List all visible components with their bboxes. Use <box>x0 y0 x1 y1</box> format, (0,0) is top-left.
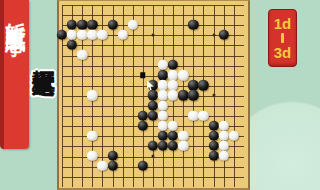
white-stone <box>158 60 168 70</box>
white-stone <box>198 110 208 120</box>
black-stone <box>107 19 117 29</box>
black-stone <box>218 30 228 40</box>
white-stone <box>158 110 168 120</box>
white-stone <box>67 30 77 40</box>
black-stone <box>198 80 208 90</box>
white-stone <box>77 30 87 40</box>
black-stone <box>67 19 77 29</box>
star-point <box>212 94 215 97</box>
black-stone <box>168 60 178 70</box>
black-stone <box>77 19 87 29</box>
black-stone <box>188 90 198 100</box>
black-stone <box>168 131 178 141</box>
black-stone <box>208 120 218 130</box>
white-stone <box>87 90 97 100</box>
black-stone <box>107 161 117 171</box>
black-stone <box>188 80 198 90</box>
white-stone <box>77 50 87 60</box>
white-stone <box>168 70 178 80</box>
black-stone <box>148 100 158 110</box>
white-stone <box>158 90 168 100</box>
white-stone <box>218 151 228 161</box>
white-stone <box>87 151 97 161</box>
white-stone <box>178 70 188 80</box>
white-stone <box>168 90 178 100</box>
black-stone <box>138 110 148 120</box>
black-stone <box>107 151 117 161</box>
slogan-banner: 探索棋之正道 <box>29 52 58 190</box>
black-stone <box>168 141 178 151</box>
black-stone <box>87 19 97 29</box>
white-stone <box>97 161 107 171</box>
white-stone <box>168 80 178 90</box>
red-ribbon-banner: 斩断实战恶手 <box>0 0 29 149</box>
black-stone <box>148 110 158 120</box>
white-stone <box>158 80 168 90</box>
white-stone <box>188 110 198 120</box>
rank-top-label: 1d <box>274 16 292 31</box>
star-point <box>151 155 154 158</box>
black-stone <box>208 151 218 161</box>
move-marker-square <box>140 72 146 78</box>
white-stone <box>228 131 238 141</box>
black-stone <box>208 141 218 151</box>
white-stone <box>178 141 188 151</box>
white-stone <box>127 19 137 29</box>
white-stone <box>218 120 228 130</box>
white-stone <box>218 141 228 151</box>
black-stone <box>138 120 148 130</box>
black-stone <box>67 40 77 50</box>
black-stone <box>57 30 67 40</box>
black-stone <box>208 131 218 141</box>
black-stone <box>158 141 168 151</box>
rank-range-badge: 1d 3d <box>268 9 297 67</box>
black-stone <box>158 70 168 80</box>
star-point <box>151 33 154 36</box>
black-stone <box>138 161 148 171</box>
white-stone <box>97 30 107 40</box>
black-stone <box>158 131 168 141</box>
slogan-text: 探索棋之正道 <box>29 52 58 190</box>
white-stone <box>87 30 97 40</box>
go-board[interactable] <box>57 0 250 190</box>
black-stone <box>148 141 158 151</box>
white-stone <box>158 100 168 110</box>
white-stone <box>117 30 127 40</box>
white-stone <box>218 131 228 141</box>
badge-divider-bar <box>281 33 284 43</box>
white-stone <box>158 120 168 130</box>
white-stone <box>178 131 188 141</box>
rank-bottom-label: 3d <box>274 45 292 60</box>
white-stone <box>168 120 178 130</box>
black-stone <box>188 19 198 29</box>
video-thumbnail: { "game": "go", "board": { "size": 19, "… <box>0 0 304 190</box>
white-stone <box>87 131 97 141</box>
black-stone <box>178 90 188 100</box>
go-grid-lines <box>62 5 244 187</box>
black-stone <box>148 90 158 100</box>
ribbon-title-text: 斩断实战恶手 <box>4 7 28 149</box>
star-point <box>212 33 215 36</box>
